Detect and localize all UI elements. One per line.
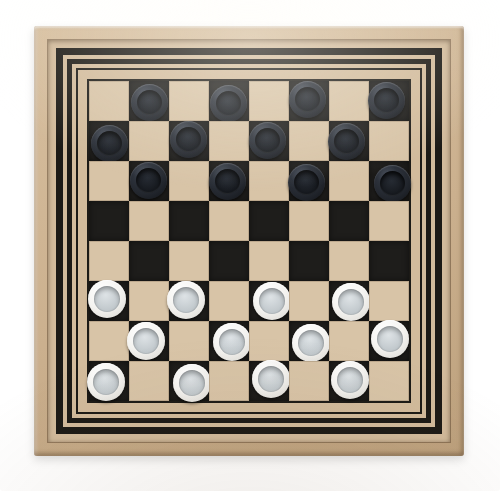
square-r4c2[interactable] xyxy=(129,201,169,241)
pinstripe-inner xyxy=(76,68,422,414)
white-piece[interactable] xyxy=(173,364,211,402)
square-r8c6[interactable] xyxy=(289,361,329,401)
square-r2c8[interactable] xyxy=(369,121,409,161)
wooden-frame xyxy=(34,26,464,456)
black-piece[interactable] xyxy=(288,164,325,201)
black-piece[interactable] xyxy=(328,123,365,160)
square-r7c5[interactable] xyxy=(249,321,289,361)
square-r2c6[interactable] xyxy=(289,121,329,161)
square-r8c5[interactable] xyxy=(249,361,289,401)
square-r3c3[interactable] xyxy=(169,161,209,201)
black-piece[interactable] xyxy=(131,84,168,121)
square-r3c6[interactable] xyxy=(289,161,329,201)
square-r8c1[interactable] xyxy=(89,361,129,401)
square-r1c2[interactable] xyxy=(129,81,169,121)
pinstripe-middle xyxy=(67,59,431,423)
black-piece[interactable] xyxy=(170,121,207,158)
square-r1c3[interactable] xyxy=(169,81,209,121)
square-r2c2[interactable] xyxy=(129,121,169,161)
square-r2c4[interactable] xyxy=(209,121,249,161)
square-r4c8[interactable] xyxy=(369,201,409,241)
board-surface xyxy=(48,40,450,442)
square-r3c1[interactable] xyxy=(89,161,129,201)
square-r4c3[interactable] xyxy=(169,201,209,241)
square-r7c1[interactable] xyxy=(89,321,129,361)
square-r8c7[interactable] xyxy=(329,361,369,401)
square-r5c5[interactable] xyxy=(249,241,289,281)
square-r6c5[interactable] xyxy=(249,281,289,321)
square-r7c3[interactable] xyxy=(169,321,209,361)
black-piece[interactable] xyxy=(130,162,167,199)
square-r5c2[interactable] xyxy=(129,241,169,281)
black-piece[interactable] xyxy=(368,82,405,119)
square-r7c7[interactable] xyxy=(329,321,369,361)
square-r3c7[interactable] xyxy=(329,161,369,201)
square-r6c8[interactable] xyxy=(369,281,409,321)
square-r5c3[interactable] xyxy=(169,241,209,281)
black-piece[interactable] xyxy=(289,81,326,118)
square-r4c4[interactable] xyxy=(209,201,249,241)
white-piece[interactable] xyxy=(213,323,251,361)
square-r5c4[interactable] xyxy=(209,241,249,281)
white-piece[interactable] xyxy=(332,283,370,321)
square-r4c1[interactable] xyxy=(89,201,129,241)
square-r7c8[interactable] xyxy=(369,321,409,361)
square-r8c3[interactable] xyxy=(169,361,209,401)
square-r3c4[interactable] xyxy=(209,161,249,201)
square-r1c5[interactable] xyxy=(249,81,289,121)
square-r6c6[interactable] xyxy=(289,281,329,321)
square-r5c6[interactable] xyxy=(289,241,329,281)
white-piece[interactable] xyxy=(292,324,330,362)
checker-field-outline xyxy=(87,79,411,403)
square-r4c5[interactable] xyxy=(249,201,289,241)
square-r4c6[interactable] xyxy=(289,201,329,241)
square-r1c1[interactable] xyxy=(89,81,129,121)
square-r6c7[interactable] xyxy=(329,281,369,321)
square-r8c2[interactable] xyxy=(129,361,169,401)
black-piece[interactable] xyxy=(249,122,286,159)
square-r6c3[interactable] xyxy=(169,281,209,321)
square-r1c8[interactable] xyxy=(369,81,409,121)
black-piece[interactable] xyxy=(91,125,128,162)
square-r7c2[interactable] xyxy=(129,321,169,361)
square-r5c1[interactable] xyxy=(89,241,129,281)
square-r8c4[interactable] xyxy=(209,361,249,401)
square-r2c7[interactable] xyxy=(329,121,369,161)
white-piece[interactable] xyxy=(127,322,165,360)
square-r3c5[interactable] xyxy=(249,161,289,201)
white-piece[interactable] xyxy=(167,281,205,319)
square-r2c3[interactable] xyxy=(169,121,209,161)
square-r7c6[interactable] xyxy=(289,321,329,361)
square-r4c7[interactable] xyxy=(329,201,369,241)
square-r5c7[interactable] xyxy=(329,241,369,281)
square-r7c4[interactable] xyxy=(209,321,249,361)
square-r5c8[interactable] xyxy=(369,241,409,281)
board-photo-canvas xyxy=(0,0,500,491)
white-piece[interactable] xyxy=(87,363,125,401)
square-r2c5[interactable] xyxy=(249,121,289,161)
square-r1c6[interactable] xyxy=(289,81,329,121)
black-piece[interactable] xyxy=(210,85,247,122)
black-piece[interactable] xyxy=(209,163,246,200)
square-r1c4[interactable] xyxy=(209,81,249,121)
white-piece[interactable] xyxy=(252,360,290,398)
square-r8c8[interactable] xyxy=(369,361,409,401)
square-r2c1[interactable] xyxy=(89,121,129,161)
checkers-board xyxy=(89,81,409,401)
square-r3c8[interactable] xyxy=(369,161,409,201)
black-piece[interactable] xyxy=(374,165,411,202)
square-r1c7[interactable] xyxy=(329,81,369,121)
white-piece[interactable] xyxy=(371,320,409,358)
square-r6c1[interactable] xyxy=(89,281,129,321)
square-r6c4[interactable] xyxy=(209,281,249,321)
square-r3c2[interactable] xyxy=(129,161,169,201)
square-r6c2[interactable] xyxy=(129,281,169,321)
pinstripe-outer xyxy=(56,48,442,434)
white-piece[interactable] xyxy=(253,282,291,320)
white-piece[interactable] xyxy=(331,361,369,399)
white-piece[interactable] xyxy=(88,280,126,318)
